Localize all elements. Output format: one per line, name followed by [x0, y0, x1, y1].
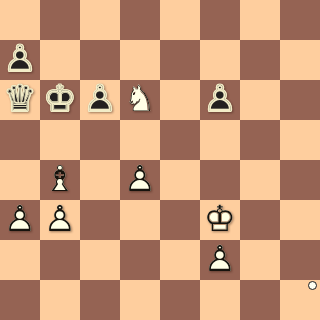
square-c3[interactable] [80, 200, 120, 240]
square-a3[interactable]: ♟♙ [0, 200, 40, 240]
square-e2[interactable] [160, 240, 200, 280]
square-d1[interactable] [120, 280, 160, 320]
square-g3[interactable] [240, 200, 280, 240]
pawn-outline-glyph: ♙ [4, 41, 36, 77]
square-g4[interactable] [240, 160, 280, 200]
knight-outline-glyph: ♘ [124, 81, 156, 117]
square-h8[interactable] [280, 0, 320, 40]
black-king-b6[interactable]: ♚♔ [40, 80, 80, 120]
white-knight-d6[interactable]: ♞♘ [120, 80, 160, 120]
square-f8[interactable] [200, 0, 240, 40]
white-king-f3[interactable]: ♚♔ [200, 200, 240, 240]
square-e4[interactable] [160, 160, 200, 200]
white-pawn-f2[interactable]: ♟♙ [200, 240, 240, 280]
square-d6[interactable]: ♞♘ [120, 80, 160, 120]
square-h3[interactable] [280, 200, 320, 240]
king-outline-glyph: ♔ [204, 201, 236, 237]
pawn-outline-glyph: ♙ [124, 161, 156, 197]
square-f2[interactable]: ♟♙ [200, 240, 240, 280]
white-pawn-b3[interactable]: ♟♙ [40, 200, 80, 240]
square-a1[interactable] [0, 280, 40, 320]
square-e6[interactable] [160, 80, 200, 120]
queen-outline-glyph: ♕ [4, 81, 36, 117]
pawn-outline-glyph: ♙ [204, 241, 236, 277]
chess-board-wrapper: ♟♙♛♕♚♔♟♙♞♘♟♙♝♗♟♙♟♙♟♙♚♔♟♙ [0, 0, 320, 320]
square-b3[interactable]: ♟♙ [40, 200, 80, 240]
square-h7[interactable] [280, 40, 320, 80]
square-a4[interactable] [0, 160, 40, 200]
square-a5[interactable] [0, 120, 40, 160]
square-b6[interactable]: ♚♔ [40, 80, 80, 120]
square-f1[interactable] [200, 280, 240, 320]
square-c8[interactable] [80, 0, 120, 40]
pawn-outline-glyph: ♙ [44, 201, 76, 237]
square-d7[interactable] [120, 40, 160, 80]
square-c1[interactable] [80, 280, 120, 320]
square-b7[interactable] [40, 40, 80, 80]
white-pawn-a3[interactable]: ♟♙ [0, 200, 40, 240]
square-c2[interactable] [80, 240, 120, 280]
square-a8[interactable] [0, 0, 40, 40]
square-g2[interactable] [240, 240, 280, 280]
square-g5[interactable] [240, 120, 280, 160]
square-h2[interactable] [280, 240, 320, 280]
square-f7[interactable] [200, 40, 240, 80]
square-f4[interactable] [200, 160, 240, 200]
square-e8[interactable] [160, 0, 200, 40]
square-b5[interactable] [40, 120, 80, 160]
square-h6[interactable] [280, 80, 320, 120]
square-g8[interactable] [240, 0, 280, 40]
square-c7[interactable] [80, 40, 120, 80]
square-d5[interactable] [120, 120, 160, 160]
black-pawn-f6[interactable]: ♟♙ [200, 80, 240, 120]
black-pawn-c6[interactable]: ♟♙ [80, 80, 120, 120]
square-d4[interactable]: ♟♙ [120, 160, 160, 200]
square-f6[interactable]: ♟♙ [200, 80, 240, 120]
white-bishop-b4[interactable]: ♝♗ [40, 160, 80, 200]
black-queen-a6[interactable]: ♛♕ [0, 80, 40, 120]
square-b4[interactable]: ♝♗ [40, 160, 80, 200]
square-e7[interactable] [160, 40, 200, 80]
square-c4[interactable] [80, 160, 120, 200]
square-a2[interactable] [0, 240, 40, 280]
square-a6[interactable]: ♛♕ [0, 80, 40, 120]
black-pawn-a7[interactable]: ♟♙ [0, 40, 40, 80]
white-pawn-d4[interactable]: ♟♙ [120, 160, 160, 200]
pawn-outline-glyph: ♙ [204, 81, 236, 117]
pawn-outline-glyph: ♙ [4, 201, 36, 237]
square-b1[interactable] [40, 280, 80, 320]
square-d8[interactable] [120, 0, 160, 40]
square-c6[interactable]: ♟♙ [80, 80, 120, 120]
square-e5[interactable] [160, 120, 200, 160]
square-h5[interactable] [280, 120, 320, 160]
square-e3[interactable] [160, 200, 200, 240]
square-d3[interactable] [120, 200, 160, 240]
square-d2[interactable] [120, 240, 160, 280]
square-h4[interactable] [280, 160, 320, 200]
square-f3[interactable]: ♚♔ [200, 200, 240, 240]
pawn-outline-glyph: ♙ [84, 81, 116, 117]
side-to-move-indicator [308, 281, 317, 290]
square-g6[interactable] [240, 80, 280, 120]
chess-board: ♟♙♛♕♚♔♟♙♞♘♟♙♝♗♟♙♟♙♟♙♚♔♟♙ [0, 0, 320, 320]
square-g1[interactable] [240, 280, 280, 320]
square-b8[interactable] [40, 0, 80, 40]
square-b2[interactable] [40, 240, 80, 280]
square-c5[interactable] [80, 120, 120, 160]
king-outline-glyph: ♔ [44, 81, 76, 117]
square-a7[interactable]: ♟♙ [0, 40, 40, 80]
bishop-outline-glyph: ♗ [44, 161, 76, 197]
square-g7[interactable] [240, 40, 280, 80]
square-f5[interactable] [200, 120, 240, 160]
square-e1[interactable] [160, 280, 200, 320]
